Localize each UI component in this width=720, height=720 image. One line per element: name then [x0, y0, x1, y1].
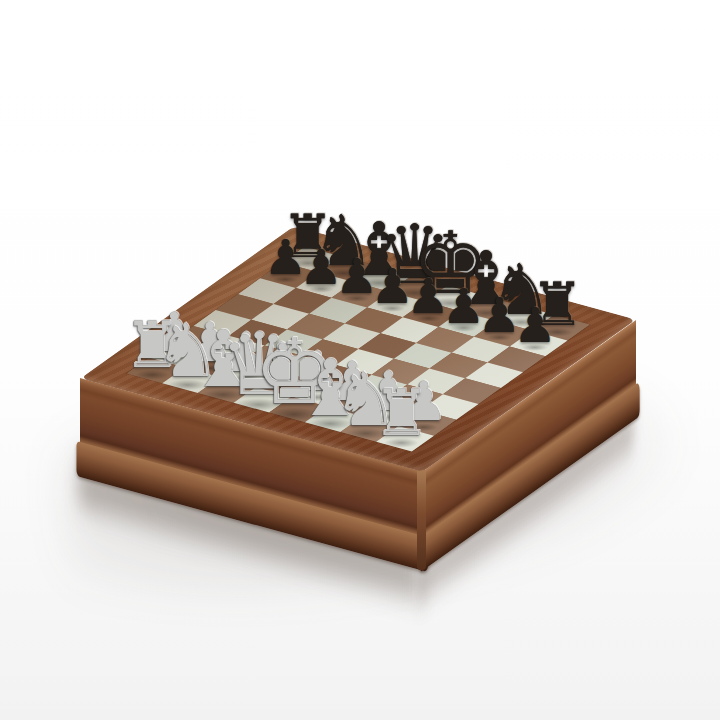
- box-near-corner-edge: [417, 468, 426, 570]
- product-photo-scene: ♜♞♝♛♚♝♞♜♟♟♟♟♟♟♟♟♟♟♟♟♟♟♟♟♜♞♝♛♚♝♞♜: [0, 0, 720, 720]
